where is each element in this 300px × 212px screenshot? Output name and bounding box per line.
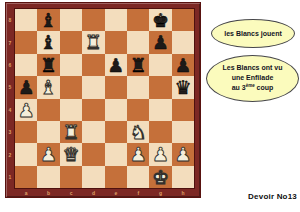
square-e1[interactable] [105,166,127,188]
square-f1[interactable] [127,166,149,188]
square-b1[interactable] [37,166,59,188]
square-a4[interactable]: ♟ [15,99,37,121]
square-d1[interactable] [82,166,104,188]
square-f4[interactable] [127,99,149,121]
square-g5[interactable] [149,76,171,98]
white-pawn-f2: ♟ [127,143,149,165]
square-d2[interactable] [82,143,104,165]
square-h7[interactable] [172,31,194,53]
square-a6[interactable] [15,54,37,76]
square-h5[interactable]: ♛ [172,76,194,98]
black-bishop-b7: ♝ [37,31,59,53]
square-b7[interactable]: ♝ [37,31,59,53]
square-d6[interactable] [82,54,104,76]
rank-label-3: 3 [6,121,14,143]
square-c1[interactable] [60,166,82,188]
file-label-b: b [37,189,59,197]
board-frame: 87654321 abcdefgh ♝♚♝♜♟♜♟♜♟♟♝♛♟♜♞♟♛♟♟♟♚ [5,2,201,198]
file-label-c: c [60,189,82,197]
white-pawn-a4: ♟ [15,99,37,121]
square-a5[interactable]: ♟ [15,76,37,98]
rank-labels: 87654321 [6,9,14,188]
square-g4[interactable] [149,99,171,121]
callout-skewer-line-2: une Enfilade [232,73,274,83]
file-labels: abcdefgh [15,189,194,197]
square-h1[interactable] [172,166,194,188]
file-label-f: f [127,189,149,197]
square-d5[interactable] [82,76,104,98]
square-h3[interactable] [172,121,194,143]
square-g2[interactable]: ♟ [149,143,171,165]
square-h4[interactable] [172,99,194,121]
rank-label-2: 2 [6,143,14,165]
file-label-a: a [15,189,37,197]
square-e6[interactable]: ♟ [105,54,127,76]
square-f2[interactable]: ♟ [127,143,149,165]
square-a7[interactable] [15,31,37,53]
square-e7[interactable] [105,31,127,53]
square-a8[interactable] [15,9,37,31]
square-f3[interactable]: ♞ [127,121,149,143]
rank-label-7: 7 [6,31,14,53]
square-d7[interactable]: ♜ [82,31,104,53]
file-label-e: e [105,189,127,197]
square-c6[interactable] [60,54,82,76]
rank-label-1: 1 [6,166,14,188]
white-pawn-b2: ♟ [37,143,59,165]
callout-skewer-hint: Les Blancs ont vu une Enfilade au 3ème c… [206,55,299,102]
black-pawn-a5: ♟ [15,76,37,98]
square-e8[interactable] [105,9,127,31]
black-king-g8: ♚ [149,9,171,31]
white-rook-d7: ♜ [82,31,104,53]
square-g3[interactable] [149,121,171,143]
callout-skewer-line-3: au 3ème coup [232,83,274,93]
white-queen-c2: ♛ [60,143,82,165]
square-b8[interactable]: ♝ [37,9,59,31]
square-b5[interactable]: ♝ [37,76,59,98]
square-a2[interactable] [15,143,37,165]
file-label-h: h [172,189,194,197]
white-king-g1: ♚ [149,166,171,188]
square-a3[interactable] [15,121,37,143]
exercise-caption: Devoir No13 [248,192,297,201]
ordinal-superscript: ème [246,83,255,88]
square-h2[interactable]: ♟ [172,143,194,165]
rank-label-4: 4 [6,99,14,121]
square-h6[interactable]: ♟ [172,54,194,76]
square-g6[interactable] [149,54,171,76]
square-c2[interactable]: ♛ [60,143,82,165]
square-g7[interactable]: ♟ [149,31,171,53]
square-e5[interactable] [105,76,127,98]
white-rook-c3: ♜ [60,121,82,143]
square-f8[interactable] [127,9,149,31]
black-pawn-g7: ♟ [149,31,171,53]
black-rook-b6: ♜ [37,54,59,76]
square-b6[interactable]: ♜ [37,54,59,76]
square-b2[interactable]: ♟ [37,143,59,165]
callout-white-to-move: les Blancs jouent [211,19,295,48]
black-rook-f6: ♜ [127,54,149,76]
square-f6[interactable]: ♜ [127,54,149,76]
white-bishop-b5: ♝ [37,76,59,98]
callout-skewer-line-1: Les Blancs ont vu [223,63,283,73]
rank-label-8: 8 [6,9,14,31]
square-f7[interactable] [127,31,149,53]
square-h8[interactable] [172,9,194,31]
square-c8[interactable] [60,9,82,31]
black-pawn-h6: ♟ [172,54,194,76]
black-bishop-b8: ♝ [37,9,59,31]
callout-white-to-move-label: les Blancs jouent [224,30,282,37]
square-c4[interactable] [60,99,82,121]
square-e3[interactable] [105,121,127,143]
white-knight-f3: ♞ [127,121,149,143]
square-f5[interactable] [127,76,149,98]
square-d4[interactable] [82,99,104,121]
square-e2[interactable] [105,143,127,165]
square-g1[interactable]: ♚ [149,166,171,188]
rank-label-6: 6 [6,54,14,76]
square-g8[interactable]: ♚ [149,9,171,31]
square-c7[interactable] [60,31,82,53]
square-b4[interactable] [37,99,59,121]
square-c3[interactable]: ♜ [60,121,82,143]
black-queen-h5: ♛ [172,76,194,98]
rank-label-5: 5 [6,76,14,98]
white-pawn-h2: ♟ [172,143,194,165]
square-d8[interactable] [82,9,104,31]
square-e4[interactable] [105,99,127,121]
file-label-d: d [82,189,104,197]
chessboard: ♝♚♝♜♟♜♟♜♟♟♝♛♟♜♞♟♛♟♟♟♚ [14,8,195,189]
file-label-g: g [149,189,171,197]
square-d3[interactable] [82,121,104,143]
square-b3[interactable] [37,121,59,143]
square-a1[interactable] [15,166,37,188]
black-pawn-e6: ♟ [105,54,127,76]
square-c5[interactable] [60,76,82,98]
white-pawn-g2: ♟ [149,143,171,165]
